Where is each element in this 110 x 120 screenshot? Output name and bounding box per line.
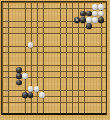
white-stone: [28, 86, 34, 92]
white-stone: [28, 42, 34, 48]
black-stone: [16, 73, 22, 79]
stones-layer: [0, 0, 109, 117]
white-stone: [92, 4, 98, 10]
white-stone: [92, 11, 98, 17]
white-stone: [98, 11, 104, 17]
white-stone: [92, 17, 98, 23]
black-stone: [80, 17, 86, 23]
black-stone: [74, 17, 80, 23]
go-board[interactable]: [0, 0, 110, 120]
black-stone: [28, 92, 34, 98]
white-stone: [98, 4, 104, 10]
black-stone: [22, 92, 28, 98]
black-stone: [80, 11, 86, 17]
white-stone: [86, 17, 92, 23]
black-stone: [98, 17, 104, 23]
black-stone: [86, 23, 92, 29]
white-stone: [34, 86, 40, 92]
white-stone: [39, 92, 45, 98]
white-stone: [22, 73, 28, 79]
black-stone: [16, 80, 22, 86]
black-stone: [86, 11, 92, 17]
black-stone: [16, 67, 22, 73]
move-marker: [76, 19, 78, 21]
